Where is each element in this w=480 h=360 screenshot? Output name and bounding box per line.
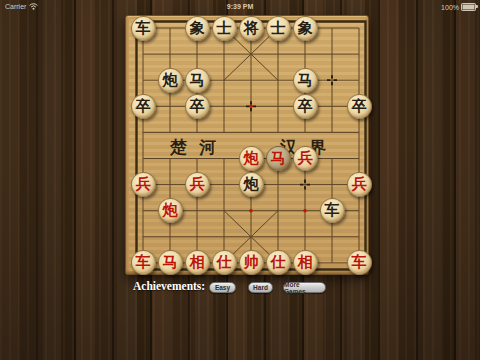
piece-red-horse[interactable]: 马 <box>266 146 291 171</box>
piece-black-horse[interactable]: 马 <box>293 68 318 93</box>
piece-black-elephant[interactable]: 象 <box>185 16 210 41</box>
piece-black-soldier[interactable]: 卒 <box>293 94 318 119</box>
piece-red-general[interactable]: 帅 <box>239 250 264 275</box>
piece-red-soldier[interactable]: 兵 <box>347 172 372 197</box>
piece-red-advisor[interactable]: 仕 <box>212 250 237 275</box>
piece-red-soldier[interactable]: 兵 <box>131 172 156 197</box>
piece-red-cannon[interactable]: 炮 <box>158 198 183 223</box>
battery-icon <box>461 3 476 11</box>
piece-red-advisor[interactable]: 仕 <box>266 250 291 275</box>
piece-black-soldier[interactable]: 卒 <box>131 94 156 119</box>
piece-black-chariot[interactable]: 车 <box>320 198 345 223</box>
battery-percent: 100% <box>441 4 459 11</box>
xiangqi-board[interactable]: 楚河 汉界 车象士将士象炮马马卒卒卒卒炮马兵兵兵炮兵炮车车马相仕帅仕相车 <box>125 15 369 275</box>
piece-black-elephant[interactable]: 象 <box>293 16 318 41</box>
more-games-button[interactable]: More Games... <box>283 282 326 293</box>
piece-red-soldier[interactable]: 兵 <box>293 146 318 171</box>
piece-black-horse[interactable]: 马 <box>185 68 210 93</box>
piece-red-horse[interactable]: 马 <box>158 250 183 275</box>
piece-black-soldier[interactable]: 卒 <box>347 94 372 119</box>
piece-black-advisor[interactable]: 士 <box>212 16 237 41</box>
piece-red-chariot[interactable]: 车 <box>131 250 156 275</box>
hard-button[interactable]: Hard <box>248 282 273 293</box>
piece-black-cannon[interactable]: 炮 <box>158 68 183 93</box>
piece-black-general[interactable]: 将 <box>239 16 264 41</box>
piece-black-cannon[interactable]: 炮 <box>239 172 264 197</box>
clock: 9:39 PM <box>0 3 480 10</box>
piece-black-advisor[interactable]: 士 <box>266 16 291 41</box>
piece-red-cannon[interactable]: 炮 <box>239 146 264 171</box>
achievements-text: Achievements:0 <box>133 280 220 292</box>
easy-button[interactable]: Easy <box>209 282 236 293</box>
status-bar: Carrier 9:39 PM 100% <box>0 0 480 13</box>
river-label-left: 楚河 <box>170 136 228 159</box>
piece-red-soldier[interactable]: 兵 <box>185 172 210 197</box>
piece-red-chariot[interactable]: 车 <box>347 250 372 275</box>
achievements-label: Achievements: <box>133 280 205 292</box>
piece-red-elephant[interactable]: 相 <box>293 250 318 275</box>
piece-black-soldier[interactable]: 卒 <box>185 94 210 119</box>
piece-red-elephant[interactable]: 相 <box>185 250 210 275</box>
piece-black-chariot[interactable]: 车 <box>131 16 156 41</box>
